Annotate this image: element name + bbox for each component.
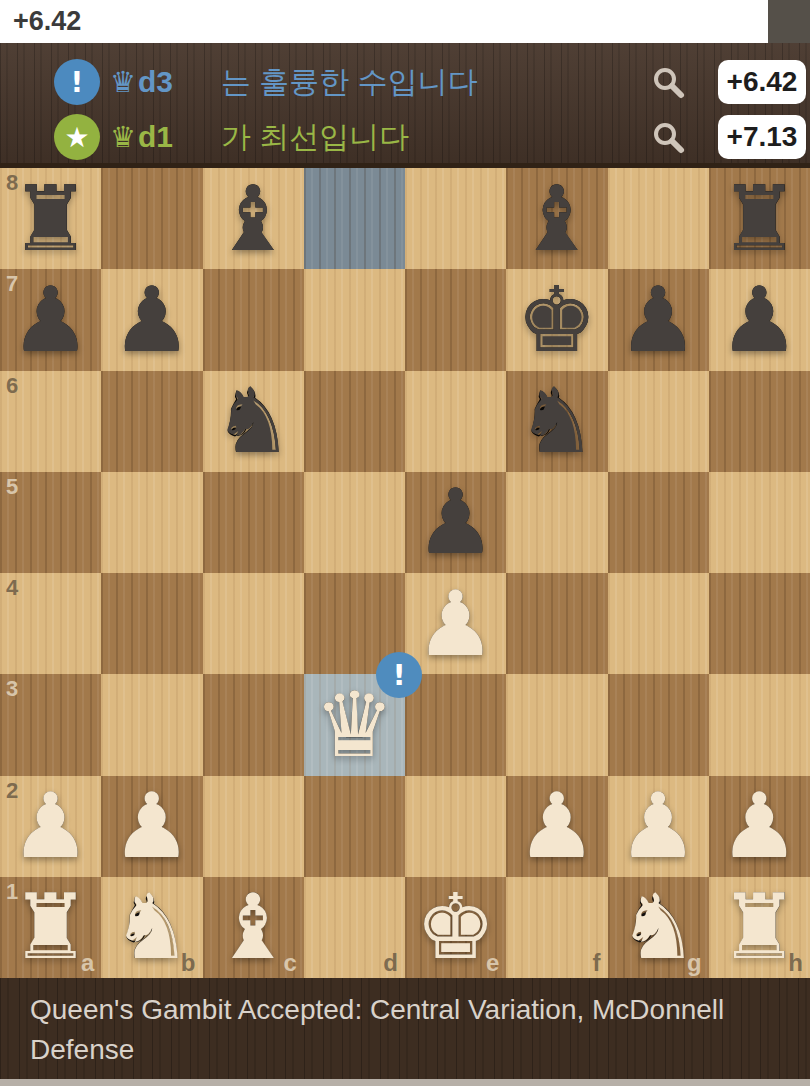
piece-white-pawn[interactable]: ♟♙ bbox=[405, 573, 506, 674]
piece-white-knight[interactable]: ♞♘ bbox=[608, 877, 709, 978]
square-a5[interactable]: 5 bbox=[0, 472, 101, 573]
eval-score: +6.42 bbox=[13, 0, 81, 43]
white-queen-glyph: ♛ bbox=[314, 680, 395, 770]
black-pawn-glyph: ♟ bbox=[719, 275, 800, 365]
square-g3[interactable] bbox=[608, 674, 709, 775]
square-g4[interactable] bbox=[608, 573, 709, 674]
piece-black-bishop[interactable]: ♝♗ bbox=[506, 168, 607, 269]
piece-white-pawn[interactable]: ♟♙ bbox=[506, 776, 607, 877]
square-d7[interactable] bbox=[304, 269, 405, 370]
square-e3[interactable] bbox=[405, 674, 506, 775]
square-g2[interactable]: ♟♙ bbox=[608, 776, 709, 877]
move-group: ♛ d1 bbox=[110, 120, 173, 154]
move-label: d1 bbox=[138, 120, 173, 154]
magnifier-icon[interactable] bbox=[650, 119, 686, 155]
square-h6[interactable] bbox=[709, 371, 810, 472]
square-f7[interactable]: ♚♔ bbox=[506, 269, 607, 370]
piece-white-knight[interactable]: ♞♘ bbox=[101, 877, 202, 978]
piece-black-knight[interactable]: ♞♘ bbox=[506, 371, 607, 472]
square-b6[interactable] bbox=[101, 371, 202, 472]
square-e6[interactable] bbox=[405, 371, 506, 472]
app-frame: +6.42 ! ♛ d3 는 훌륭한 수입니다 +6.42 ★ ♛ d1 가 최… bbox=[0, 0, 810, 1086]
file-label-f: f bbox=[593, 949, 601, 977]
white-rook-glyph: ♜ bbox=[719, 882, 800, 972]
square-a2[interactable]: 2♟♙ bbox=[0, 776, 101, 877]
square-d6[interactable] bbox=[304, 371, 405, 472]
square-g7[interactable]: ♟♙ bbox=[608, 269, 709, 370]
queen-icon: ♛ bbox=[110, 68, 136, 97]
black-knight-glyph: ♞ bbox=[517, 376, 598, 466]
square-g5[interactable] bbox=[608, 472, 709, 573]
white-pawn-glyph: ♟ bbox=[10, 781, 91, 871]
square-c7[interactable] bbox=[203, 269, 304, 370]
black-knight-glyph: ♞ bbox=[213, 376, 294, 466]
square-f8[interactable]: ♝♗ bbox=[506, 168, 607, 269]
top-eval-bar: +6.42 bbox=[0, 0, 810, 43]
square-f1[interactable]: f bbox=[506, 877, 607, 978]
square-e8[interactable] bbox=[405, 168, 506, 269]
square-e5[interactable]: ♟♙ bbox=[405, 472, 506, 573]
square-h2[interactable]: ♟♙ bbox=[709, 776, 810, 877]
square-e2[interactable] bbox=[405, 776, 506, 877]
piece-white-rook[interactable]: ♜♖ bbox=[709, 877, 810, 978]
piece-black-pawn[interactable]: ♟♙ bbox=[101, 269, 202, 370]
analysis-row-played: ! ♛ d3 는 훌륭한 수입니다 +6.42 bbox=[0, 59, 810, 105]
square-a6[interactable]: 6 bbox=[0, 371, 101, 472]
square-d1[interactable]: d bbox=[304, 877, 405, 978]
piece-white-pawn[interactable]: ♟♙ bbox=[101, 776, 202, 877]
piece-black-king[interactable]: ♚♔ bbox=[506, 269, 607, 370]
square-c3[interactable] bbox=[203, 674, 304, 775]
square-c1[interactable]: c♝♗ bbox=[203, 877, 304, 978]
square-b3[interactable] bbox=[101, 674, 202, 775]
queen-icon: ♛ bbox=[110, 123, 136, 152]
square-f3[interactable] bbox=[506, 674, 607, 775]
square-e7[interactable] bbox=[405, 269, 506, 370]
white-bishop-glyph: ♝ bbox=[213, 882, 294, 972]
piece-black-knight[interactable]: ♞♘ bbox=[203, 371, 304, 472]
magnifier-icon[interactable] bbox=[650, 64, 686, 100]
black-bishop-glyph: ♝ bbox=[213, 174, 294, 264]
square-a4[interactable]: 4 bbox=[0, 573, 101, 674]
move-label: d3 bbox=[138, 65, 173, 99]
piece-black-pawn[interactable]: ♟♙ bbox=[709, 269, 810, 370]
square-b4[interactable] bbox=[101, 573, 202, 674]
white-pawn-glyph: ♟ bbox=[517, 781, 598, 871]
piece-black-rook[interactable]: ♜♖ bbox=[709, 168, 810, 269]
square-d8[interactable] bbox=[304, 168, 405, 269]
piece-white-king[interactable]: ♚♔ bbox=[405, 877, 506, 978]
square-c2[interactable] bbox=[203, 776, 304, 877]
comment-text: 는 훌륭한 수입니다 bbox=[221, 62, 478, 103]
square-b2[interactable]: ♟♙ bbox=[101, 776, 202, 877]
square-h1[interactable]: h♜♖ bbox=[709, 877, 810, 978]
star-icon: ★ bbox=[54, 114, 100, 160]
white-pawn-glyph: ♟ bbox=[618, 781, 699, 871]
bottom-progress-strip bbox=[0, 1079, 810, 1086]
square-a7[interactable]: 7♟♙ bbox=[0, 269, 101, 370]
square-c8[interactable]: ♝♗ bbox=[203, 168, 304, 269]
white-pawn-glyph: ♟ bbox=[112, 781, 193, 871]
analysis-row-best: ★ ♛ d1 가 최선입니다 +7.13 bbox=[0, 114, 810, 160]
square-h4[interactable] bbox=[709, 573, 810, 674]
white-pawn-glyph: ♟ bbox=[719, 781, 800, 871]
comment-text: 가 최선입니다 bbox=[221, 117, 409, 158]
square-d5[interactable] bbox=[304, 472, 405, 573]
piece-black-pawn[interactable]: ♟♙ bbox=[405, 472, 506, 573]
square-e1[interactable]: e♚♔ bbox=[405, 877, 506, 978]
white-king-glyph: ♚ bbox=[415, 882, 496, 972]
square-f2[interactable]: ♟♙ bbox=[506, 776, 607, 877]
square-a1[interactable]: 1a♜♖ bbox=[0, 877, 101, 978]
square-c4[interactable] bbox=[203, 573, 304, 674]
piece-black-rook[interactable]: ♜♖ bbox=[0, 168, 101, 269]
square-a8[interactable]: 8♜♖ bbox=[0, 168, 101, 269]
black-pawn-glyph: ♟ bbox=[415, 477, 496, 567]
square-e4[interactable]: ♟♙ bbox=[405, 573, 506, 674]
square-h5[interactable] bbox=[709, 472, 810, 573]
rank-label-5: 5 bbox=[6, 474, 18, 500]
square-h3[interactable] bbox=[709, 674, 810, 775]
piece-black-pawn[interactable]: ♟♙ bbox=[608, 269, 709, 370]
square-b8[interactable] bbox=[101, 168, 202, 269]
rank-label-6: 6 bbox=[6, 373, 18, 399]
piece-white-pawn[interactable]: ♟♙ bbox=[709, 776, 810, 877]
black-king-glyph: ♚ bbox=[517, 275, 598, 365]
white-knight-glyph: ♞ bbox=[112, 882, 193, 972]
square-f4[interactable] bbox=[506, 573, 607, 674]
square-c6[interactable]: ♞♘ bbox=[203, 371, 304, 472]
square-b1[interactable]: b♞♘ bbox=[101, 877, 202, 978]
piece-white-bishop[interactable]: ♝♗ bbox=[203, 877, 304, 978]
exclamation-icon: ! bbox=[54, 59, 100, 105]
square-a3[interactable]: 3 bbox=[0, 674, 101, 775]
opening-bar: Queen's Gambit Accepted: Central Variati… bbox=[0, 978, 810, 1086]
square-b7[interactable]: ♟♙ bbox=[101, 269, 202, 370]
piece-white-pawn[interactable]: ♟♙ bbox=[0, 776, 101, 877]
opening-name: Queen's Gambit Accepted: Central Variati… bbox=[0, 978, 810, 1070]
topbar-right-block bbox=[768, 0, 810, 43]
square-g8[interactable] bbox=[608, 168, 709, 269]
square-b5[interactable] bbox=[101, 472, 202, 573]
square-g6[interactable] bbox=[608, 371, 709, 472]
rank-label-4: 4 bbox=[6, 575, 18, 601]
move-group: ♛ d3 bbox=[110, 65, 173, 99]
black-pawn-glyph: ♟ bbox=[112, 275, 193, 365]
black-bishop-glyph: ♝ bbox=[517, 174, 598, 264]
rank-label-3: 3 bbox=[6, 676, 18, 702]
piece-black-pawn[interactable]: ♟♙ bbox=[0, 269, 101, 370]
white-rook-glyph: ♜ bbox=[10, 882, 91, 972]
move-annotation-badge: ! bbox=[376, 652, 422, 698]
black-pawn-glyph: ♟ bbox=[10, 275, 91, 365]
piece-white-rook[interactable]: ♜♖ bbox=[0, 877, 101, 978]
square-f6[interactable]: ♞♘ bbox=[506, 371, 607, 472]
square-c5[interactable] bbox=[203, 472, 304, 573]
square-g1[interactable]: g♞♘ bbox=[608, 877, 709, 978]
chess-board: 8♜♖♝♗♝♗♜♖7♟♙♟♙♚♔♟♙♟♙6♞♘♞♘5♟♙4♟♙3♛♕2♟♙♟♙♟… bbox=[0, 168, 810, 978]
white-knight-glyph: ♞ bbox=[618, 882, 699, 972]
eval-badge[interactable]: +7.13 bbox=[718, 115, 806, 159]
piece-black-bishop[interactable]: ♝♗ bbox=[203, 168, 304, 269]
square-h7[interactable]: ♟♙ bbox=[709, 269, 810, 370]
piece-white-pawn[interactable]: ♟♙ bbox=[608, 776, 709, 877]
eval-badge[interactable]: +6.42 bbox=[718, 60, 806, 104]
black-pawn-glyph: ♟ bbox=[618, 275, 699, 365]
analysis-panel: ! ♛ d3 는 훌륭한 수입니다 +6.42 ★ ♛ d1 가 최선입니다 bbox=[0, 43, 810, 168]
black-rook-glyph: ♜ bbox=[719, 174, 800, 264]
square-h8[interactable]: ♜♖ bbox=[709, 168, 810, 269]
white-pawn-glyph: ♟ bbox=[415, 579, 496, 669]
black-rook-glyph: ♜ bbox=[10, 174, 91, 264]
square-d2[interactable] bbox=[304, 776, 405, 877]
file-label-d: d bbox=[383, 949, 398, 977]
square-f5[interactable] bbox=[506, 472, 607, 573]
